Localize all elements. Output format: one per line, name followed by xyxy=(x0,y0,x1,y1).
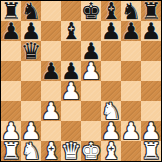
square-g5[interactable] xyxy=(121,61,141,81)
square-d1[interactable]: ♛ xyxy=(61,141,81,161)
square-b8[interactable]: ♞ xyxy=(21,1,41,21)
square-a5[interactable] xyxy=(1,61,21,81)
square-d2[interactable] xyxy=(61,121,81,141)
square-b6[interactable]: ♛ xyxy=(21,41,41,61)
square-h2[interactable]: ♟ xyxy=(141,121,161,141)
square-e1[interactable]: ♚ xyxy=(81,141,101,161)
square-b3[interactable] xyxy=(21,101,41,121)
square-d5[interactable]: ♟ xyxy=(61,61,81,81)
square-g6[interactable] xyxy=(121,41,141,61)
square-c8[interactable] xyxy=(41,1,61,21)
white-bishop-piece[interactable]: ♝ xyxy=(41,141,61,161)
square-f7[interactable]: ♟ xyxy=(101,21,121,41)
square-g2[interactable]: ♟ xyxy=(121,121,141,141)
black-pawn-piece[interactable]: ♟ xyxy=(1,21,21,41)
white-pawn-piece[interactable]: ♟ xyxy=(101,121,121,141)
white-pawn-piece[interactable]: ♟ xyxy=(61,81,81,101)
white-pawn-piece[interactable]: ♟ xyxy=(141,121,161,141)
square-g8[interactable]: ♞ xyxy=(121,1,141,21)
square-f5[interactable] xyxy=(101,61,121,81)
square-h1[interactable]: ♜ xyxy=(141,141,161,161)
square-f8[interactable]: ♝ xyxy=(101,1,121,21)
square-a7[interactable]: ♟ xyxy=(1,21,21,41)
square-b7[interactable]: ♟ xyxy=(21,21,41,41)
square-a2[interactable]: ♟ xyxy=(1,121,21,141)
white-knight-piece[interactable]: ♞ xyxy=(21,141,41,161)
white-bishop-piece[interactable]: ♝ xyxy=(101,141,121,161)
square-c7[interactable] xyxy=(41,21,61,41)
square-h6[interactable] xyxy=(141,41,161,61)
square-c5[interactable]: ♟ xyxy=(41,61,61,81)
black-pawn-piece[interactable]: ♟ xyxy=(101,21,121,41)
square-e6[interactable]: ♟ xyxy=(81,41,101,61)
square-c2[interactable] xyxy=(41,121,61,141)
black-king-piece[interactable]: ♚ xyxy=(81,1,101,21)
white-pawn-piece[interactable]: ♟ xyxy=(21,121,41,141)
square-c3[interactable]: ♟ xyxy=(41,101,61,121)
square-e3[interactable] xyxy=(81,101,101,121)
square-h8[interactable]: ♜ xyxy=(141,1,161,21)
square-f2[interactable]: ♟ xyxy=(101,121,121,141)
black-pawn-piece[interactable]: ♟ xyxy=(141,21,161,41)
square-c4[interactable] xyxy=(41,81,61,101)
white-pawn-piece[interactable]: ♟ xyxy=(81,61,101,81)
square-f1[interactable]: ♝ xyxy=(101,141,121,161)
square-d6[interactable] xyxy=(61,41,81,61)
square-e7[interactable] xyxy=(81,21,101,41)
white-pawn-piece[interactable]: ♟ xyxy=(121,121,141,141)
square-e2[interactable] xyxy=(81,121,101,141)
black-bishop-piece[interactable]: ♝ xyxy=(101,1,121,21)
square-g3[interactable] xyxy=(121,101,141,121)
square-h3[interactable] xyxy=(141,101,161,121)
white-queen-piece[interactable]: ♛ xyxy=(61,141,81,161)
square-f3[interactable]: ♞ xyxy=(101,101,121,121)
square-g1[interactable] xyxy=(121,141,141,161)
black-rook-piece[interactable]: ♜ xyxy=(141,1,161,21)
square-e4[interactable] xyxy=(81,81,101,101)
square-f6[interactable] xyxy=(101,41,121,61)
chess-board: ♜♞♚♝♞♜♟♟♝♟♟♟♛♟♟♟♟♟♟♞♟♟♟♟♟♜♞♝♛♚♝♜ xyxy=(0,0,162,162)
square-d3[interactable] xyxy=(61,101,81,121)
black-pawn-piece[interactable]: ♟ xyxy=(21,21,41,41)
square-e8[interactable]: ♚ xyxy=(81,1,101,21)
square-d7[interactable]: ♝ xyxy=(61,21,81,41)
white-pawn-piece[interactable]: ♟ xyxy=(1,121,21,141)
square-g7[interactable]: ♟ xyxy=(121,21,141,41)
white-king-piece[interactable]: ♚ xyxy=(81,141,101,161)
white-rook-piece[interactable]: ♜ xyxy=(141,141,161,161)
square-c1[interactable]: ♝ xyxy=(41,141,61,161)
square-a6[interactable] xyxy=(1,41,21,61)
square-b1[interactable]: ♞ xyxy=(21,141,41,161)
square-h5[interactable] xyxy=(141,61,161,81)
square-a3[interactable] xyxy=(1,101,21,121)
black-knight-piece[interactable]: ♞ xyxy=(21,1,41,21)
square-d8[interactable] xyxy=(61,1,81,21)
white-rook-piece[interactable]: ♜ xyxy=(1,141,21,161)
white-knight-piece[interactable]: ♞ xyxy=(101,101,121,121)
square-h7[interactable]: ♟ xyxy=(141,21,161,41)
square-b4[interactable] xyxy=(21,81,41,101)
black-pawn-piece[interactable]: ♟ xyxy=(41,61,61,81)
black-queen-piece[interactable]: ♛ xyxy=(21,41,41,61)
square-f4[interactable] xyxy=(101,81,121,101)
black-knight-piece[interactable]: ♞ xyxy=(121,1,141,21)
black-rook-piece[interactable]: ♜ xyxy=(1,1,21,21)
square-a1[interactable]: ♜ xyxy=(1,141,21,161)
black-bishop-piece[interactable]: ♝ xyxy=(61,21,81,41)
square-h4[interactable] xyxy=(141,81,161,101)
square-e5[interactable]: ♟ xyxy=(81,61,101,81)
square-b2[interactable]: ♟ xyxy=(21,121,41,141)
square-c6[interactable] xyxy=(41,41,61,61)
square-d4[interactable]: ♟ xyxy=(61,81,81,101)
black-pawn-piece[interactable]: ♟ xyxy=(81,41,101,61)
square-b5[interactable] xyxy=(21,61,41,81)
square-a8[interactable]: ♜ xyxy=(1,1,21,21)
white-pawn-piece[interactable]: ♟ xyxy=(41,101,61,121)
square-a4[interactable] xyxy=(1,81,21,101)
black-pawn-piece[interactable]: ♟ xyxy=(121,21,141,41)
black-pawn-piece[interactable]: ♟ xyxy=(61,61,81,81)
square-g4[interactable] xyxy=(121,81,141,101)
